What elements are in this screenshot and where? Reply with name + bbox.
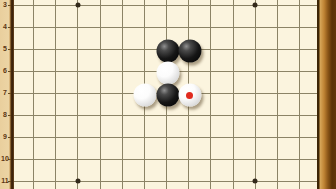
black-stone bbox=[156, 84, 179, 107]
last-move-marker-icon bbox=[186, 92, 193, 99]
black-stone bbox=[178, 40, 201, 63]
white-stone bbox=[134, 84, 157, 107]
white-stone bbox=[178, 84, 201, 107]
white-stone bbox=[156, 62, 179, 85]
gomoku-app-screen: 34567891011 bbox=[0, 0, 336, 189]
stones-layer bbox=[0, 0, 336, 189]
black-stone bbox=[156, 40, 179, 63]
